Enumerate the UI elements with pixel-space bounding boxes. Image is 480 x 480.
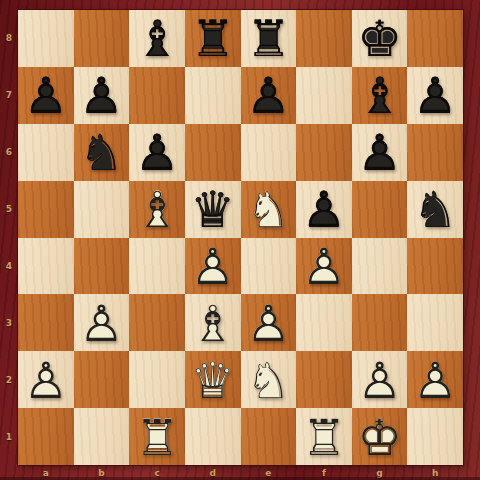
black-pawn-glyph: ♟: [135, 128, 180, 178]
white-knight-outline: ♘: [246, 356, 291, 406]
white-pawn-outline: ♙: [246, 299, 291, 349]
black-pawn-outline: ♙: [302, 185, 347, 235]
rank-label-3: 3: [0, 294, 18, 351]
piece-white-pawn: ♟♙: [241, 295, 297, 351]
piece-white-pawn: ♟♙: [18, 352, 74, 408]
square-a5[interactable]: [18, 181, 74, 238]
square-f8[interactable]: [296, 10, 352, 67]
black-pawn-glyph: ♟: [79, 71, 124, 121]
square-b4[interactable]: [74, 238, 130, 295]
black-pawn-outline: ♙: [79, 71, 124, 121]
square-e6[interactable]: [241, 124, 297, 181]
square-c8[interactable]: ♝♗: [129, 10, 185, 67]
white-bishop-outline: ♗: [135, 185, 180, 235]
black-rook-outline: ♖: [190, 14, 235, 64]
square-c2[interactable]: [129, 351, 185, 408]
square-h7[interactable]: ♟♙: [407, 67, 463, 124]
square-h1[interactable]: [407, 408, 463, 465]
black-knight-glyph: ♞: [79, 128, 124, 178]
file-label-b: b: [74, 465, 130, 480]
white-knight-glyph: ♞: [246, 185, 291, 235]
square-h4[interactable]: [407, 238, 463, 295]
square-a1[interactable]: [18, 408, 74, 465]
piece-black-pawn: ♟♙: [352, 125, 408, 181]
piece-black-pawn: ♟♙: [241, 68, 297, 124]
square-b7[interactable]: ♟♙: [74, 67, 130, 124]
black-bishop-outline: ♗: [135, 14, 180, 64]
square-g2[interactable]: ♟♙: [352, 351, 408, 408]
black-king-outline: ♔: [357, 14, 402, 64]
white-pawn-outline: ♙: [79, 299, 124, 349]
black-king-glyph: ♚: [357, 14, 402, 64]
white-rook-glyph: ♜: [302, 413, 347, 463]
white-pawn-glyph: ♟: [302, 242, 347, 292]
white-bishop-glyph: ♝: [190, 299, 235, 349]
white-pawn-glyph: ♟: [413, 356, 458, 406]
piece-white-bishop: ♝♗: [185, 295, 241, 351]
square-g1[interactable]: ♚♔: [352, 408, 408, 465]
piece-black-pawn: ♟♙: [129, 125, 185, 181]
piece-black-rook: ♜♖: [241, 11, 297, 67]
piece-white-bishop: ♝♗: [129, 182, 185, 238]
square-a7[interactable]: ♟♙: [18, 67, 74, 124]
square-e8[interactable]: ♜♖: [241, 10, 297, 67]
black-knight-outline: ♘: [79, 128, 124, 178]
file-label-e: e: [241, 465, 297, 480]
piece-black-pawn: ♟♙: [18, 68, 74, 124]
black-pawn-outline: ♙: [357, 128, 402, 178]
piece-white-king: ♚♔: [352, 409, 408, 465]
file-label-g: g: [352, 465, 408, 480]
square-d2[interactable]: ♛♕: [185, 351, 241, 408]
square-c1[interactable]: ♜♖: [129, 408, 185, 465]
square-e3[interactable]: ♟♙: [241, 294, 297, 351]
white-pawn-glyph: ♟: [23, 356, 68, 406]
black-queen-glyph: ♛: [190, 185, 235, 235]
file-label-c: c: [129, 465, 185, 480]
square-a2[interactable]: ♟♙: [18, 351, 74, 408]
black-bishop-glyph: ♝: [135, 14, 180, 64]
white-knight-outline: ♘: [246, 185, 291, 235]
black-pawn-outline: ♙: [246, 71, 291, 121]
piece-white-knight: ♞♘: [241, 352, 297, 408]
rank-label-4: 4: [0, 238, 18, 295]
piece-black-king: ♚♔: [352, 11, 408, 67]
piece-black-bishop: ♝♗: [129, 11, 185, 67]
white-pawn-outline: ♙: [190, 242, 235, 292]
black-pawn-outline: ♙: [135, 128, 180, 178]
square-d3[interactable]: ♝♗: [185, 294, 241, 351]
rank-labels: 87654321: [0, 10, 18, 465]
rank-label-6: 6: [0, 124, 18, 181]
white-king-glyph: ♚: [357, 413, 402, 463]
black-rook-outline: ♖: [246, 14, 291, 64]
black-rook-glyph: ♜: [190, 14, 235, 64]
white-pawn-glyph: ♟: [190, 242, 235, 292]
square-f2[interactable]: [296, 351, 352, 408]
square-b2[interactable]: [74, 351, 130, 408]
black-pawn-outline: ♙: [413, 71, 458, 121]
piece-black-pawn: ♟♙: [407, 68, 463, 124]
square-f5[interactable]: ♟♙: [296, 181, 352, 238]
piece-white-pawn: ♟♙: [296, 239, 352, 295]
square-h8[interactable]: [407, 10, 463, 67]
piece-white-knight: ♞♘: [241, 182, 297, 238]
white-pawn-outline: ♙: [413, 356, 458, 406]
black-bishop-outline: ♗: [357, 71, 402, 121]
square-e4[interactable]: [241, 238, 297, 295]
file-label-d: d: [185, 465, 241, 480]
black-pawn-glyph: ♟: [357, 128, 402, 178]
square-a4[interactable]: [18, 238, 74, 295]
square-f6[interactable]: [296, 124, 352, 181]
white-pawn-glyph: ♟: [246, 299, 291, 349]
square-g5[interactable]: [352, 181, 408, 238]
piece-black-pawn: ♟♙: [296, 182, 352, 238]
white-queen-outline: ♕: [190, 356, 235, 406]
square-e7[interactable]: ♟♙: [241, 67, 297, 124]
square-f4[interactable]: ♟♙: [296, 238, 352, 295]
white-pawn-glyph: ♟: [357, 356, 402, 406]
white-pawn-glyph: ♟: [79, 299, 124, 349]
square-g3[interactable]: [352, 294, 408, 351]
square-c4[interactable]: [129, 238, 185, 295]
square-a8[interactable]: [18, 10, 74, 67]
square-g8[interactable]: ♚♔: [352, 10, 408, 67]
black-bishop-glyph: ♝: [357, 71, 402, 121]
file-labels: abcdefgh: [18, 465, 463, 480]
black-knight-outline: ♘: [413, 185, 458, 235]
square-d5[interactable]: ♛♕: [185, 181, 241, 238]
white-bishop-outline: ♗: [190, 299, 235, 349]
piece-black-bishop: ♝♗: [352, 68, 408, 124]
square-g6[interactable]: ♟♙: [352, 124, 408, 181]
board-frame: ♝♗♜♖♜♖♚♔♟♙♟♙♟♙♝♗♟♙♞♘♟♙♟♙♝♗♛♕♞♘♟♙♞♘♟♙♟♙♟♙…: [0, 0, 480, 480]
piece-white-queen: ♛♕: [185, 352, 241, 408]
black-pawn-glyph: ♟: [413, 71, 458, 121]
square-d1[interactable]: [185, 408, 241, 465]
piece-white-pawn: ♟♙: [74, 295, 130, 351]
rank-label-8: 8: [0, 10, 18, 67]
rank-label-1: 1: [0, 408, 18, 465]
white-king-outline: ♔: [357, 413, 402, 463]
file-label-f: f: [296, 465, 352, 480]
square-h3[interactable]: [407, 294, 463, 351]
square-f1[interactable]: ♜♖: [296, 408, 352, 465]
square-c3[interactable]: [129, 294, 185, 351]
rank-label-7: 7: [0, 67, 18, 124]
square-d6[interactable]: [185, 124, 241, 181]
black-knight-glyph: ♞: [413, 185, 458, 235]
square-c5[interactable]: ♝♗: [129, 181, 185, 238]
square-b6[interactable]: ♞♘: [74, 124, 130, 181]
square-e5[interactable]: ♞♘: [241, 181, 297, 238]
white-queen-glyph: ♛: [190, 356, 235, 406]
piece-black-queen: ♛♕: [185, 182, 241, 238]
black-queen-outline: ♕: [190, 185, 235, 235]
piece-black-knight: ♞♘: [407, 182, 463, 238]
black-pawn-glyph: ♟: [246, 71, 291, 121]
square-f3[interactable]: [296, 294, 352, 351]
file-label-a: a: [18, 465, 74, 480]
piece-white-pawn: ♟♙: [352, 352, 408, 408]
square-e2[interactable]: ♞♘: [241, 351, 297, 408]
white-pawn-outline: ♙: [357, 356, 402, 406]
black-pawn-glyph: ♟: [302, 185, 347, 235]
square-f7[interactable]: [296, 67, 352, 124]
square-h2[interactable]: ♟♙: [407, 351, 463, 408]
white-rook-outline: ♖: [135, 413, 180, 463]
piece-black-rook: ♜♖: [185, 11, 241, 67]
piece-white-rook: ♜♖: [296, 409, 352, 465]
square-b8[interactable]: [74, 10, 130, 67]
rank-label-5: 5: [0, 181, 18, 238]
square-d7[interactable]: [185, 67, 241, 124]
white-rook-glyph: ♜: [135, 413, 180, 463]
square-a6[interactable]: [18, 124, 74, 181]
piece-white-rook: ♜♖: [129, 409, 185, 465]
file-label-h: h: [407, 465, 463, 480]
square-a3[interactable]: [18, 294, 74, 351]
white-pawn-outline: ♙: [302, 242, 347, 292]
white-rook-outline: ♖: [302, 413, 347, 463]
white-pawn-outline: ♙: [23, 356, 68, 406]
white-bishop-glyph: ♝: [135, 185, 180, 235]
black-rook-glyph: ♜: [246, 14, 291, 64]
square-b3[interactable]: ♟♙: [74, 294, 130, 351]
square-c7[interactable]: [129, 67, 185, 124]
square-c6[interactable]: ♟♙: [129, 124, 185, 181]
square-d4[interactable]: ♟♙: [185, 238, 241, 295]
white-knight-glyph: ♞: [246, 356, 291, 406]
piece-black-pawn: ♟♙: [74, 68, 130, 124]
square-g4[interactable]: [352, 238, 408, 295]
square-e1[interactable]: [241, 408, 297, 465]
piece-white-pawn: ♟♙: [185, 239, 241, 295]
black-pawn-glyph: ♟: [23, 71, 68, 121]
square-h6[interactable]: [407, 124, 463, 181]
square-b5[interactable]: [74, 181, 130, 238]
piece-white-pawn: ♟♙: [407, 352, 463, 408]
black-pawn-outline: ♙: [23, 71, 68, 121]
square-b1[interactable]: [74, 408, 130, 465]
square-g7[interactable]: ♝♗: [352, 67, 408, 124]
square-h5[interactable]: ♞♘: [407, 181, 463, 238]
square-d8[interactable]: ♜♖: [185, 10, 241, 67]
rank-label-2: 2: [0, 351, 18, 408]
piece-black-knight: ♞♘: [74, 125, 130, 181]
chess-board: ♝♗♜♖♜♖♚♔♟♙♟♙♟♙♝♗♟♙♞♘♟♙♟♙♝♗♛♕♞♘♟♙♞♘♟♙♟♙♟♙…: [18, 10, 463, 465]
